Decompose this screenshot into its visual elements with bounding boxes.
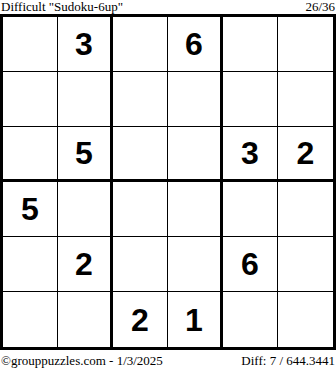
cell-r4c2[interactable] <box>58 182 113 237</box>
cell-r3c6: 2 <box>278 127 333 182</box>
cell-r5c2: 2 <box>58 237 113 292</box>
cell-r3c3[interactable] <box>113 127 168 182</box>
puzzle-title: Difficult "Sudoku-6up" <box>1 0 123 14</box>
given-digit: 3 <box>241 137 259 169</box>
cell-r2c3[interactable] <box>113 72 168 127</box>
cell-r6c1[interactable] <box>3 292 58 347</box>
footer: ©grouppuzzles.com - 1/3/2025 Diff: 7 / 6… <box>1 353 335 368</box>
cell-r3c5: 3 <box>223 127 278 182</box>
cell-r2c6[interactable] <box>278 72 333 127</box>
cell-r1c5[interactable] <box>223 17 278 72</box>
cell-r1c2: 3 <box>58 17 113 72</box>
cell-r1c3[interactable] <box>113 17 168 72</box>
cell-r6c4: 1 <box>168 292 223 347</box>
cell-r6c3: 2 <box>113 292 168 347</box>
cell-r1c6[interactable] <box>278 17 333 72</box>
given-digit: 2 <box>131 304 149 336</box>
cell-r4c3[interactable] <box>113 182 168 237</box>
cell-r6c5[interactable] <box>223 292 278 347</box>
header: Difficult "Sudoku-6up" 26/36 <box>1 0 335 14</box>
cell-r5c1[interactable] <box>3 237 58 292</box>
cell-r2c1[interactable] <box>3 72 58 127</box>
cell-r5c4[interactable] <box>168 237 223 292</box>
empty-cell-counter: 26/36 <box>305 0 335 14</box>
sudoku-board: 3653252621 <box>0 14 336 350</box>
given-digit: 6 <box>241 248 259 280</box>
given-digit: 2 <box>75 248 93 280</box>
given-digit: 3 <box>75 28 93 60</box>
cell-r4c1: 5 <box>3 182 58 237</box>
cell-r2c4[interactable] <box>168 72 223 127</box>
cell-r3c1[interactable] <box>3 127 58 182</box>
sudoku-page: Difficult "Sudoku-6up" 26/36 3653252621 … <box>0 0 336 370</box>
cell-r1c1[interactable] <box>3 17 58 72</box>
cell-r3c4[interactable] <box>168 127 223 182</box>
cell-r4c5[interactable] <box>223 182 278 237</box>
cell-r4c4[interactable] <box>168 182 223 237</box>
cell-r5c6[interactable] <box>278 237 333 292</box>
cell-r6c6[interactable] <box>278 292 333 347</box>
given-digit: 2 <box>297 137 315 169</box>
cell-r5c3[interactable] <box>113 237 168 292</box>
given-digit: 5 <box>75 137 93 169</box>
cell-r4c6[interactable] <box>278 182 333 237</box>
cell-r5c5: 6 <box>223 237 278 292</box>
difficulty-text: Diff: 7 / 644.3441 <box>241 353 335 368</box>
copyright-text: ©grouppuzzles.com - 1/3/2025 <box>1 353 163 368</box>
cell-r1c4: 6 <box>168 17 223 72</box>
cell-r6c2[interactable] <box>58 292 113 347</box>
cell-r3c2: 5 <box>58 127 113 182</box>
cell-r2c2[interactable] <box>58 72 113 127</box>
given-digit: 1 <box>185 304 203 336</box>
cell-r2c5[interactable] <box>223 72 278 127</box>
given-digit: 5 <box>21 193 39 225</box>
given-digit: 6 <box>185 28 203 60</box>
